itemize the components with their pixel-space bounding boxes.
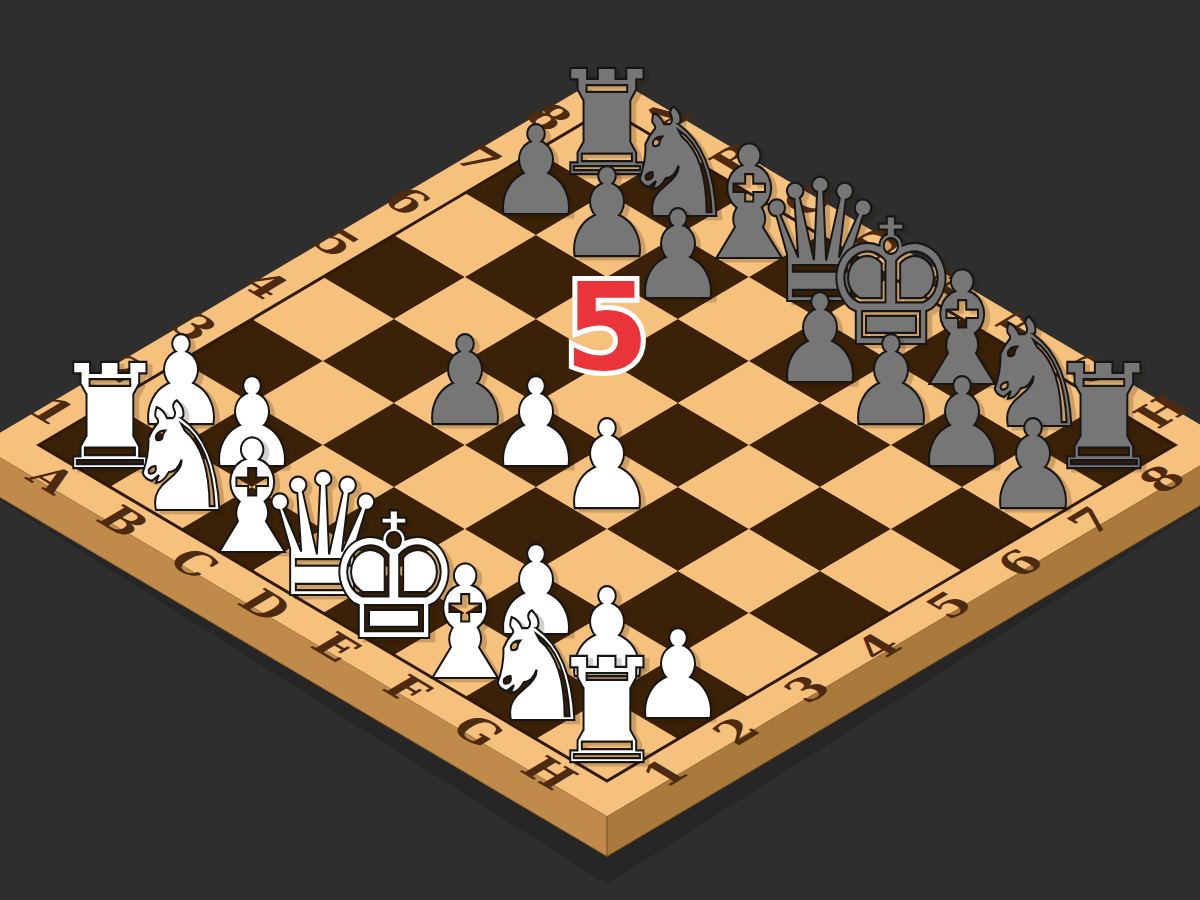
white-pawn-e4: ♟	[558, 404, 657, 527]
white-rook-h1: ♜	[549, 639, 666, 785]
scene: 1122334455667788AABBCCDDEEFFGGHH ♜♞♝♛♚♝♞…	[0, 0, 1200, 900]
black-pawn-h7: ♟	[984, 404, 1083, 527]
